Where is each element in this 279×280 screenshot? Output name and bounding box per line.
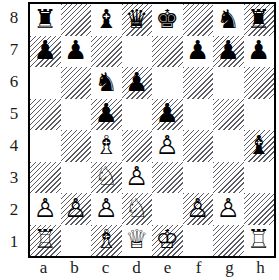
square-b7[interactable]: ♟ — [61, 36, 92, 68]
square-a4[interactable] — [30, 130, 61, 162]
square-d1[interactable]: ♕ — [122, 225, 153, 257]
file-label-a: a — [28, 257, 59, 280]
square-h2[interactable] — [244, 193, 275, 225]
square-d5[interactable] — [122, 99, 153, 131]
piece-black-pawn: ♟ — [34, 37, 57, 63]
file-label-f: f — [183, 257, 214, 280]
piece-black-queen: ♛ — [125, 6, 148, 32]
rank-label-3: 3 — [0, 162, 28, 194]
file-label-d: d — [121, 257, 152, 280]
square-a5[interactable] — [30, 99, 61, 131]
rank-label-7: 7 — [0, 34, 28, 66]
square-a6[interactable] — [30, 67, 61, 99]
piece-white-knight: ♘ — [125, 195, 148, 221]
square-g8[interactable]: ♞ — [213, 4, 244, 36]
square-b6[interactable] — [61, 67, 92, 99]
file-label-e: e — [152, 257, 183, 280]
square-e7[interactable] — [152, 36, 183, 68]
square-d3[interactable]: ♙ — [122, 162, 153, 194]
piece-black-pawn: ♟ — [64, 37, 87, 63]
piece-black-knight: ♞ — [95, 69, 118, 95]
square-f1[interactable] — [183, 225, 214, 257]
piece-white-pawn: ♙ — [64, 195, 87, 221]
square-f4[interactable] — [183, 130, 214, 162]
square-e4[interactable]: ♙ — [152, 130, 183, 162]
piece-white-queen: ♕ — [125, 226, 148, 252]
file-labels: abcdefgh — [28, 257, 276, 280]
chess-board[interactable]: ♜♝♛♚♞♜♟♟♟♟♟♞♟♟♟♗♙♝♘♙♙♙♙♘♙♙♖♗♕♔♖ — [28, 2, 276, 258]
square-e6[interactable] — [152, 67, 183, 99]
square-g2[interactable]: ♙ — [213, 193, 244, 225]
square-e5[interactable]: ♟ — [152, 99, 183, 131]
chess-diagram: 87654321 ♜♝♛♚♞♜♟♟♟♟♟♞♟♟♟♗♙♝♘♙♙♙♙♘♙♙♖♗♕♔♖… — [0, 0, 279, 280]
square-g1[interactable] — [213, 225, 244, 257]
square-f8[interactable] — [183, 4, 214, 36]
square-c7[interactable] — [91, 36, 122, 68]
square-a8[interactable]: ♜ — [30, 4, 61, 36]
piece-black-knight: ♞ — [217, 6, 240, 32]
piece-black-king: ♚ — [156, 6, 179, 32]
square-c4[interactable]: ♗ — [91, 130, 122, 162]
square-d8[interactable]: ♛ — [122, 4, 153, 36]
rank-label-5: 5 — [0, 98, 28, 130]
square-d7[interactable] — [122, 36, 153, 68]
piece-white-bishop: ♗ — [95, 132, 118, 158]
square-g5[interactable] — [213, 99, 244, 131]
square-h1[interactable]: ♖ — [244, 225, 275, 257]
square-b3[interactable] — [61, 162, 92, 194]
piece-black-pawn: ♟ — [95, 100, 118, 126]
piece-white-knight: ♘ — [95, 163, 118, 189]
piece-black-bishop: ♝ — [95, 6, 118, 32]
square-c3[interactable]: ♘ — [91, 162, 122, 194]
piece-black-rook: ♜ — [34, 6, 57, 32]
piece-white-king: ♔ — [156, 226, 179, 252]
square-h4[interactable]: ♝ — [244, 130, 275, 162]
square-f2[interactable]: ♙ — [183, 193, 214, 225]
piece-white-pawn: ♙ — [217, 195, 240, 221]
piece-black-rook: ♜ — [247, 6, 270, 32]
square-c6[interactable]: ♞ — [91, 67, 122, 99]
square-g6[interactable] — [213, 67, 244, 99]
square-g7[interactable]: ♟ — [213, 36, 244, 68]
piece-white-bishop: ♗ — [95, 226, 118, 252]
square-c1[interactable]: ♗ — [91, 225, 122, 257]
piece-white-pawn: ♙ — [95, 195, 118, 221]
piece-black-pawn: ♟ — [125, 69, 148, 95]
piece-black-bishop: ♝ — [247, 132, 270, 158]
square-g3[interactable] — [213, 162, 244, 194]
piece-white-rook: ♖ — [247, 226, 270, 252]
square-e2[interactable] — [152, 193, 183, 225]
square-e3[interactable] — [152, 162, 183, 194]
file-label-c: c — [90, 257, 121, 280]
piece-black-pawn: ♟ — [156, 100, 179, 126]
piece-white-pawn: ♙ — [186, 195, 209, 221]
piece-black-pawn: ♟ — [186, 37, 209, 63]
square-h8[interactable]: ♜ — [244, 4, 275, 36]
file-label-h: h — [245, 257, 276, 280]
square-b5[interactable] — [61, 99, 92, 131]
square-f7[interactable]: ♟ — [183, 36, 214, 68]
piece-white-pawn: ♙ — [34, 195, 57, 221]
square-b8[interactable] — [61, 4, 92, 36]
square-b1[interactable] — [61, 225, 92, 257]
square-f5[interactable] — [183, 99, 214, 131]
square-d6[interactable]: ♟ — [122, 67, 153, 99]
square-h7[interactable]: ♟ — [244, 36, 275, 68]
rank-label-6: 6 — [0, 66, 28, 98]
square-f6[interactable] — [183, 67, 214, 99]
square-c5[interactable]: ♟ — [91, 99, 122, 131]
square-h5[interactable] — [244, 99, 275, 131]
rank-label-4: 4 — [0, 130, 28, 162]
piece-black-pawn: ♟ — [247, 37, 270, 63]
square-h6[interactable] — [244, 67, 275, 99]
file-label-b: b — [59, 257, 90, 280]
square-f3[interactable] — [183, 162, 214, 194]
rank-label-2: 2 — [0, 194, 28, 226]
piece-white-pawn: ♙ — [125, 163, 148, 189]
square-a2[interactable]: ♙ — [30, 193, 61, 225]
square-b4[interactable] — [61, 130, 92, 162]
square-a3[interactable] — [30, 162, 61, 194]
square-c2[interactable]: ♙ — [91, 193, 122, 225]
piece-white-pawn: ♙ — [156, 132, 179, 158]
piece-black-pawn: ♟ — [217, 37, 240, 63]
square-h3[interactable] — [244, 162, 275, 194]
rank-labels: 87654321 — [0, 2, 28, 258]
square-c8[interactable]: ♝ — [91, 4, 122, 36]
square-e8[interactable]: ♚ — [152, 4, 183, 36]
rank-label-1: 1 — [0, 226, 28, 258]
square-a1[interactable]: ♖ — [30, 225, 61, 257]
square-a7[interactable]: ♟ — [30, 36, 61, 68]
square-d2[interactable]: ♘ — [122, 193, 153, 225]
square-e1[interactable]: ♔ — [152, 225, 183, 257]
square-b2[interactable]: ♙ — [61, 193, 92, 225]
piece-white-rook: ♖ — [34, 226, 57, 252]
rank-label-8: 8 — [0, 2, 28, 34]
file-label-g: g — [214, 257, 245, 280]
square-d4[interactable] — [122, 130, 153, 162]
square-g4[interactable] — [213, 130, 244, 162]
